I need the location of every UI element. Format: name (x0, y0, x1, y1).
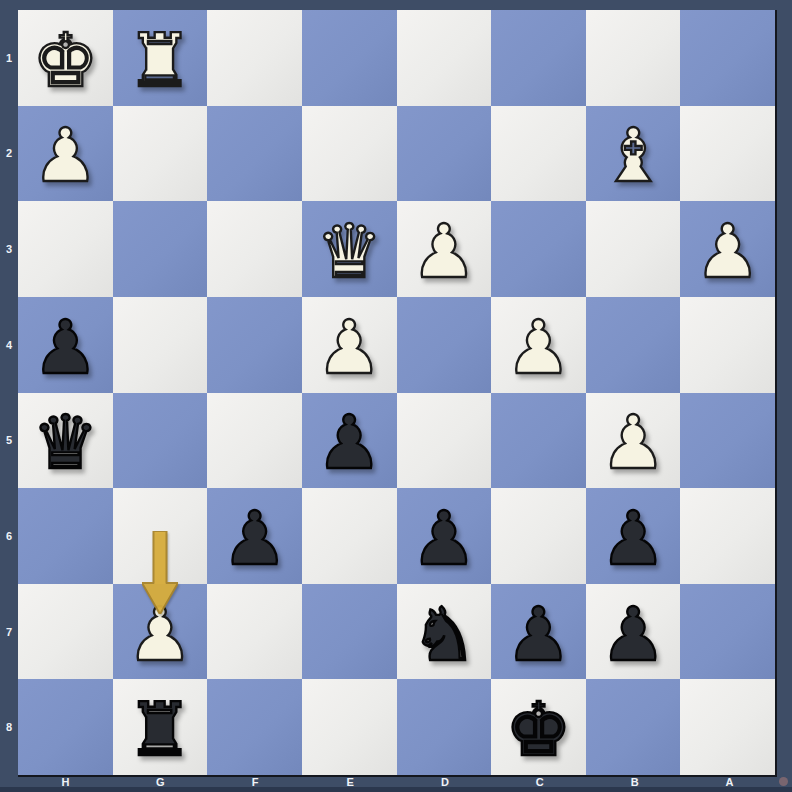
piece-black-pawn[interactable]: ♟ (600, 501, 666, 575)
square-f5[interactable] (207, 393, 302, 489)
square-g6[interactable] (113, 488, 208, 584)
piece-white-pawn[interactable]: ♟ (32, 118, 98, 192)
piece-white-rook[interactable]: ♜ (127, 23, 193, 97)
square-c1[interactable] (491, 10, 586, 106)
rank-labels: 12345678 (0, 10, 18, 775)
square-b5[interactable]: ♟ (586, 393, 681, 489)
square-e2[interactable] (302, 106, 397, 202)
rank-label: 7 (0, 584, 18, 680)
board-frame: 12345678 ♚♜♟♝♛♟♟♟♟♟♛♟♟♟♟♟♟♞♟♟♜♚ HGFEDCBA (0, 0, 792, 792)
square-e7[interactable] (302, 584, 397, 680)
piece-white-bishop[interactable]: ♝ (600, 118, 666, 192)
square-b7[interactable]: ♟ (586, 584, 681, 680)
square-f6[interactable]: ♟ (207, 488, 302, 584)
square-h8[interactable] (18, 679, 113, 775)
piece-black-pawn[interactable]: ♟ (505, 597, 571, 671)
piece-black-king[interactable]: ♚ (505, 692, 571, 766)
square-h5[interactable]: ♛ (18, 393, 113, 489)
square-a6[interactable] (680, 488, 775, 584)
square-b6[interactable]: ♟ (586, 488, 681, 584)
square-a4[interactable] (680, 297, 775, 393)
rank-label: 1 (0, 10, 18, 106)
square-g1[interactable]: ♜ (113, 10, 208, 106)
piece-black-pawn[interactable]: ♟ (32, 310, 98, 384)
square-g8[interactable]: ♜ (113, 679, 208, 775)
piece-black-queen[interactable]: ♛ (32, 405, 98, 479)
square-e6[interactable] (302, 488, 397, 584)
square-c8[interactable]: ♚ (491, 679, 586, 775)
square-d5[interactable] (397, 393, 492, 489)
square-c7[interactable]: ♟ (491, 584, 586, 680)
rank-label: 3 (0, 201, 18, 297)
square-b8[interactable] (586, 679, 681, 775)
square-g5[interactable] (113, 393, 208, 489)
square-h4[interactable]: ♟ (18, 297, 113, 393)
square-e3[interactable]: ♛ (302, 201, 397, 297)
square-f7[interactable] (207, 584, 302, 680)
square-e4[interactable]: ♟ (302, 297, 397, 393)
piece-white-pawn[interactable]: ♟ (505, 310, 571, 384)
rank-label: 6 (0, 488, 18, 584)
piece-black-rook[interactable]: ♜ (127, 692, 193, 766)
square-g4[interactable] (113, 297, 208, 393)
piece-white-pawn[interactable]: ♟ (411, 214, 477, 288)
rank-label: 4 (0, 297, 18, 393)
square-g2[interactable] (113, 106, 208, 202)
square-c2[interactable] (491, 106, 586, 202)
square-a8[interactable] (680, 679, 775, 775)
square-d6[interactable]: ♟ (397, 488, 492, 584)
square-b1[interactable] (586, 10, 681, 106)
piece-black-knight[interactable]: ♞ (411, 597, 477, 671)
square-h6[interactable] (18, 488, 113, 584)
square-c3[interactable] (491, 201, 586, 297)
square-c5[interactable] (491, 393, 586, 489)
piece-white-pawn[interactable]: ♟ (600, 405, 666, 479)
rank-label: 2 (0, 106, 18, 202)
piece-black-pawn[interactable]: ♟ (221, 501, 287, 575)
square-h3[interactable] (18, 201, 113, 297)
square-c6[interactable] (491, 488, 586, 584)
bottom-border-band (0, 787, 792, 792)
square-f8[interactable] (207, 679, 302, 775)
square-b2[interactable]: ♝ (586, 106, 681, 202)
square-a3[interactable]: ♟ (680, 201, 775, 297)
rank-label: 5 (0, 393, 18, 489)
square-d4[interactable] (397, 297, 492, 393)
square-e5[interactable]: ♟ (302, 393, 397, 489)
corner-dot (779, 777, 788, 786)
square-d2[interactable] (397, 106, 492, 202)
square-f1[interactable] (207, 10, 302, 106)
square-a1[interactable] (680, 10, 775, 106)
square-e1[interactable] (302, 10, 397, 106)
rank-label: 8 (0, 679, 18, 775)
square-f3[interactable] (207, 201, 302, 297)
square-d8[interactable] (397, 679, 492, 775)
piece-white-pawn[interactable]: ♟ (127, 597, 193, 671)
piece-white-pawn[interactable]: ♟ (695, 214, 761, 288)
chess-board: ♚♜♟♝♛♟♟♟♟♟♛♟♟♟♟♟♟♞♟♟♜♚ (18, 10, 777, 777)
square-f2[interactable] (207, 106, 302, 202)
square-d1[interactable] (397, 10, 492, 106)
square-e8[interactable] (302, 679, 397, 775)
square-g3[interactable] (113, 201, 208, 297)
piece-white-queen[interactable]: ♛ (316, 214, 382, 288)
square-h2[interactable]: ♟ (18, 106, 113, 202)
piece-black-pawn[interactable]: ♟ (316, 405, 382, 479)
piece-white-pawn[interactable]: ♟ (316, 310, 382, 384)
square-h1[interactable]: ♚ (18, 10, 113, 106)
square-b3[interactable] (586, 201, 681, 297)
square-h7[interactable] (18, 584, 113, 680)
square-d7[interactable]: ♞ (397, 584, 492, 680)
square-a5[interactable] (680, 393, 775, 489)
square-c4[interactable]: ♟ (491, 297, 586, 393)
square-a2[interactable] (680, 106, 775, 202)
piece-white-king[interactable]: ♚ (32, 23, 98, 97)
square-d3[interactable]: ♟ (397, 201, 492, 297)
square-b4[interactable] (586, 297, 681, 393)
square-f4[interactable] (207, 297, 302, 393)
piece-black-pawn[interactable]: ♟ (411, 501, 477, 575)
square-a7[interactable] (680, 584, 775, 680)
piece-black-pawn[interactable]: ♟ (600, 597, 666, 671)
square-g7[interactable]: ♟ (113, 584, 208, 680)
